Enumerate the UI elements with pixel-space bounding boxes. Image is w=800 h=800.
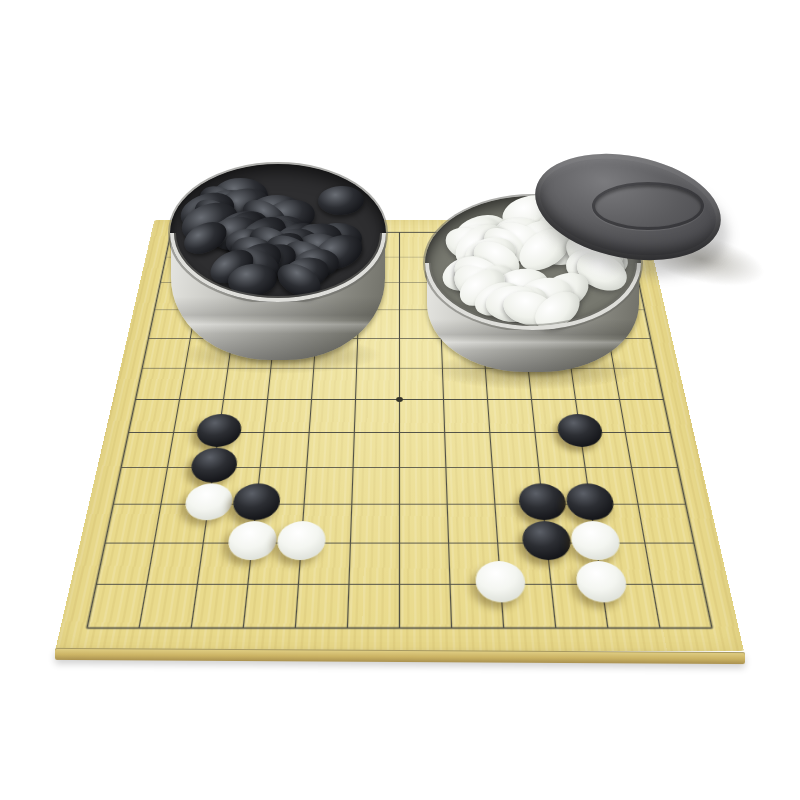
bowl-lid-groove — [592, 182, 704, 230]
black-stones-bowl — [168, 158, 388, 364]
hoshi-G7 — [396, 397, 403, 402]
black-bowl-stone — [317, 186, 364, 217]
go-set-product-photo — [0, 0, 800, 800]
bowl-lid — [534, 156, 728, 266]
